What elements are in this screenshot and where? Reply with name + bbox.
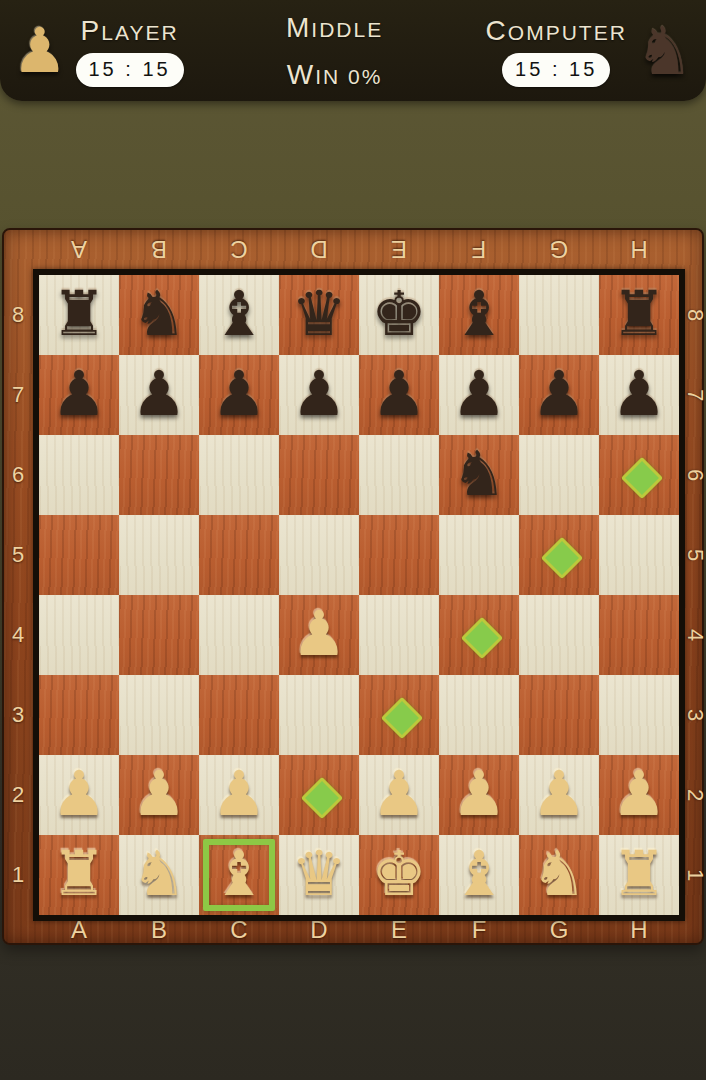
square-h4[interactable] (599, 595, 679, 675)
square-b2[interactable]: ♟ (119, 755, 199, 835)
square-e7[interactable]: ♟ (359, 355, 439, 435)
square-e5[interactable] (359, 515, 439, 595)
square-h3[interactable] (599, 675, 679, 755)
coordinate-label: 4 (4, 595, 32, 675)
square-h7[interactable]: ♟ (599, 355, 679, 435)
piece-white-bishop: ♝ (199, 835, 279, 915)
square-d2[interactable] (279, 755, 359, 835)
square-d6[interactable] (279, 435, 359, 515)
square-h2[interactable]: ♟ (599, 755, 679, 835)
square-f3[interactable] (439, 675, 519, 755)
square-b3[interactable] (119, 675, 199, 755)
piece-white-pawn: ♟ (439, 755, 519, 835)
square-f6[interactable]: ♞ (439, 435, 519, 515)
piece-white-pawn: ♟ (359, 755, 439, 835)
piece-black-bishop: ♝ (439, 275, 519, 355)
square-d3[interactable] (279, 675, 359, 755)
square-f8[interactable]: ♝ (439, 275, 519, 355)
coordinate-label: 8 (4, 275, 32, 355)
square-e8[interactable]: ♚ (359, 275, 439, 355)
coordinate-label: 6 (4, 435, 32, 515)
square-a6[interactable] (39, 435, 119, 515)
square-c3[interactable] (199, 675, 279, 755)
square-g6[interactable] (519, 435, 599, 515)
piece-black-pawn: ♟ (519, 355, 599, 435)
square-d8[interactable]: ♛ (279, 275, 359, 355)
piece-black-king: ♚ (359, 275, 439, 355)
coordinate-label: H (599, 235, 679, 263)
top-bar: ♟ PLAYER 15 : 15 MIDDLE WIN 0% COMPUTER … (0, 0, 706, 101)
square-f4[interactable] (439, 595, 519, 675)
legal-move-marker (621, 457, 663, 499)
piece-black-rook: ♜ (39, 275, 119, 355)
square-d5[interactable] (279, 515, 359, 595)
player-label: PLAYER (81, 15, 179, 47)
piece-white-pawn: ♟ (519, 755, 599, 835)
square-g2[interactable]: ♟ (519, 755, 599, 835)
coordinate-label: F (439, 235, 519, 263)
piece-black-pawn: ♟ (279, 355, 359, 435)
piece-white-knight: ♞ (519, 835, 599, 915)
legal-move-marker (381, 697, 423, 739)
square-a4[interactable] (39, 595, 119, 675)
piece-black-rook: ♜ (599, 275, 679, 355)
coordinate-label: B (119, 235, 199, 263)
difficulty-label: MIDDLE (286, 12, 383, 44)
piece-white-king: ♚ (359, 835, 439, 915)
coordinate-label: C (199, 235, 279, 263)
coordinate-label: D (279, 235, 359, 263)
computer-label: COMPUTER (486, 15, 627, 47)
piece-white-pawn: ♟ (279, 595, 359, 675)
square-e2[interactable]: ♟ (359, 755, 439, 835)
chess-board: ♜♞♝♛♚♝♜♟♟♟♟♟♟♟♟♞♟♟♟♟♟♟♟♟♜♞♝♛♚♝♞♜ (39, 275, 679, 915)
legal-move-marker (541, 537, 583, 579)
square-g1[interactable]: ♞ (519, 835, 599, 915)
piece-black-knight: ♞ (439, 435, 519, 515)
game-info-panel: MIDDLE WIN 0% (286, 12, 383, 91)
square-b4[interactable] (119, 595, 199, 675)
square-a2[interactable]: ♟ (39, 755, 119, 835)
piece-white-knight: ♞ (119, 835, 199, 915)
square-g7[interactable]: ♟ (519, 355, 599, 435)
coordinate-label: 5 (4, 515, 32, 595)
piece-white-pawn: ♟ (599, 755, 679, 835)
square-f2[interactable]: ♟ (439, 755, 519, 835)
coordinate-label: 3 (4, 675, 32, 755)
square-a8[interactable]: ♜ (39, 275, 119, 355)
square-d1[interactable]: ♛ (279, 835, 359, 915)
piece-black-queen: ♛ (279, 275, 359, 355)
piece-black-pawn: ♟ (39, 355, 119, 435)
square-h6[interactable] (599, 435, 679, 515)
coordinate-label: A (39, 235, 119, 263)
piece-white-pawn: ♟ (39, 755, 119, 835)
square-g4[interactable] (519, 595, 599, 675)
square-b8[interactable]: ♞ (119, 275, 199, 355)
square-c1[interactable]: ♝ (199, 835, 279, 915)
square-b6[interactable] (119, 435, 199, 515)
coordinate-label: 7 (4, 355, 32, 435)
rank-labels-right: 87654321 (685, 275, 705, 915)
win-percentage-label: WIN 0% (287, 59, 383, 91)
chess-board-frame: ABCDEFGH 87654321 87654321 ABCDEFGH ♜♞♝♛… (2, 228, 704, 945)
square-d4[interactable]: ♟ (279, 595, 359, 675)
square-e4[interactable] (359, 595, 439, 675)
square-b1[interactable]: ♞ (119, 835, 199, 915)
square-g3[interactable] (519, 675, 599, 755)
piece-black-pawn: ♟ (119, 355, 199, 435)
piece-black-bishop: ♝ (199, 275, 279, 355)
square-c5[interactable] (199, 515, 279, 595)
square-b7[interactable]: ♟ (119, 355, 199, 435)
player-panel: ♟ PLAYER 15 : 15 (12, 15, 184, 87)
square-e6[interactable] (359, 435, 439, 515)
piece-black-pawn: ♟ (599, 355, 679, 435)
square-h1[interactable]: ♜ (599, 835, 679, 915)
square-a3[interactable] (39, 675, 119, 755)
piece-black-pawn: ♟ (359, 355, 439, 435)
rank-labels-left: 87654321 (4, 275, 32, 915)
piece-white-bishop: ♝ (439, 835, 519, 915)
square-h5[interactable] (599, 515, 679, 595)
piece-white-pawn: ♟ (119, 755, 199, 835)
file-labels-top: ABCDEFGH (39, 235, 679, 263)
square-a7[interactable]: ♟ (39, 355, 119, 435)
square-c6[interactable] (199, 435, 279, 515)
square-c2[interactable]: ♟ (199, 755, 279, 835)
square-b5[interactable] (119, 515, 199, 595)
square-c7[interactable]: ♟ (199, 355, 279, 435)
coordinate-label: 2 (4, 755, 32, 835)
piece-black-pawn: ♟ (199, 355, 279, 435)
square-f7[interactable]: ♟ (439, 355, 519, 435)
legal-move-marker (301, 777, 343, 819)
square-g8[interactable] (519, 275, 599, 355)
board-border: ♜♞♝♛♚♝♜♟♟♟♟♟♟♟♟♞♟♟♟♟♟♟♟♟♜♞♝♛♚♝♞♜ (33, 269, 685, 921)
square-h8[interactable]: ♜ (599, 275, 679, 355)
coordinate-label: G (519, 235, 599, 263)
square-a1[interactable]: ♜ (39, 835, 119, 915)
player-clock: 15 : 15 (76, 53, 184, 87)
legal-move-marker (461, 617, 503, 659)
square-f1[interactable]: ♝ (439, 835, 519, 915)
coordinate-label: 1 (4, 835, 32, 915)
piece-black-pawn: ♟ (439, 355, 519, 435)
square-e3[interactable] (359, 675, 439, 755)
coordinate-label: E (359, 235, 439, 263)
square-f5[interactable] (439, 515, 519, 595)
computer-clock: 15 : 15 (502, 53, 610, 87)
computer-panel: COMPUTER 15 : 15 ♞ (486, 15, 694, 87)
piece-white-rook: ♜ (599, 835, 679, 915)
piece-white-pawn: ♟ (199, 755, 279, 835)
piece-white-rook: ♜ (39, 835, 119, 915)
white-pawn-icon: ♟ (12, 20, 68, 82)
piece-white-queen: ♛ (279, 835, 359, 915)
square-e1[interactable]: ♚ (359, 835, 439, 915)
square-g5[interactable] (519, 515, 599, 595)
square-c4[interactable] (199, 595, 279, 675)
square-c8[interactable]: ♝ (199, 275, 279, 355)
square-d7[interactable]: ♟ (279, 355, 359, 435)
black-knight-icon: ♞ (635, 18, 694, 84)
square-a5[interactable] (39, 515, 119, 595)
piece-black-knight: ♞ (119, 275, 199, 355)
